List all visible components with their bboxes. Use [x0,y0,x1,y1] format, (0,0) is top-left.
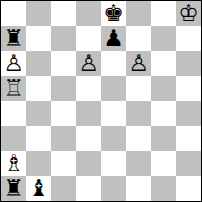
square-e8[interactable]: ♚ [101,1,126,26]
square-b8[interactable] [26,1,51,26]
square-b4[interactable] [26,101,51,126]
square-h5[interactable] [176,76,201,101]
black-king: ♚ [103,1,124,26]
black-bishop: ♝ [28,176,49,201]
square-d6[interactable]: ♙ [76,51,101,76]
square-c3[interactable] [51,126,76,151]
white-rook: ♖ [3,76,24,101]
square-c8[interactable] [51,1,76,26]
square-f7[interactable] [126,26,151,51]
square-e7[interactable]: ♟ [101,26,126,51]
square-e2[interactable] [101,151,126,176]
square-a5[interactable]: ♖ [1,76,26,101]
square-b1[interactable]: ♝ [26,176,51,201]
square-g4[interactable] [151,101,176,126]
square-b6[interactable] [26,51,51,76]
square-b5[interactable] [26,76,51,101]
square-c2[interactable] [51,151,76,176]
chess-board: ♚♔♜♟♙♙♙♖♗♜♝ [0,0,202,202]
white-pawn: ♙ [128,51,149,76]
square-b7[interactable] [26,26,51,51]
square-h3[interactable] [176,126,201,151]
square-g3[interactable] [151,126,176,151]
square-f1[interactable] [126,176,151,201]
square-e3[interactable] [101,126,126,151]
square-e1[interactable] [101,176,126,201]
square-a4[interactable] [1,101,26,126]
square-d4[interactable] [76,101,101,126]
square-g5[interactable] [151,76,176,101]
square-f3[interactable] [126,126,151,151]
square-e4[interactable] [101,101,126,126]
square-a8[interactable] [1,1,26,26]
square-a3[interactable] [1,126,26,151]
square-a2[interactable]: ♗ [1,151,26,176]
square-c7[interactable] [51,26,76,51]
square-c6[interactable] [51,51,76,76]
square-h4[interactable] [176,101,201,126]
square-d8[interactable] [76,1,101,26]
square-d3[interactable] [76,126,101,151]
square-g8[interactable] [151,1,176,26]
square-a7[interactable]: ♜ [1,26,26,51]
square-e5[interactable] [101,76,126,101]
square-h2[interactable] [176,151,201,176]
black-rook: ♜ [3,26,24,51]
square-h6[interactable] [176,51,201,76]
white-king: ♔ [178,1,199,26]
square-d7[interactable] [76,26,101,51]
square-e6[interactable] [101,51,126,76]
square-g6[interactable] [151,51,176,76]
square-h8[interactable]: ♔ [176,1,201,26]
square-c4[interactable] [51,101,76,126]
square-f2[interactable] [126,151,151,176]
square-a6[interactable]: ♙ [1,51,26,76]
square-g7[interactable] [151,26,176,51]
square-d5[interactable] [76,76,101,101]
white-bishop: ♗ [3,151,24,176]
square-f4[interactable] [126,101,151,126]
square-g1[interactable] [151,176,176,201]
square-f5[interactable] [126,76,151,101]
black-pawn: ♟ [103,26,124,51]
square-g2[interactable] [151,151,176,176]
white-pawn: ♙ [3,51,24,76]
square-d2[interactable] [76,151,101,176]
square-h1[interactable] [176,176,201,201]
square-c1[interactable] [51,176,76,201]
square-b2[interactable] [26,151,51,176]
square-d1[interactable] [76,176,101,201]
square-b3[interactable] [26,126,51,151]
square-c5[interactable] [51,76,76,101]
square-f6[interactable]: ♙ [126,51,151,76]
square-a1[interactable]: ♜ [1,176,26,201]
square-h7[interactable] [176,26,201,51]
white-pawn: ♙ [78,51,99,76]
black-rook: ♜ [3,176,24,201]
square-f8[interactable] [126,1,151,26]
